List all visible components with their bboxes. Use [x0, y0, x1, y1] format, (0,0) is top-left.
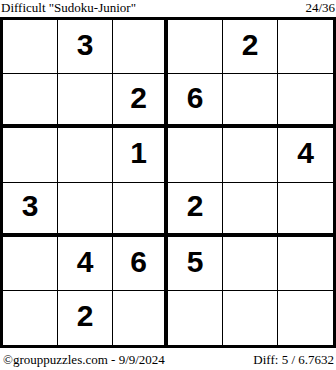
cell-r4c2[interactable]: [58, 183, 113, 237]
cell-r1c1[interactable]: [3, 20, 58, 74]
footer: ©grouppuzzles.com - 9/9/2024 Diff: 5 / 6…: [3, 351, 334, 367]
difficulty-text: Diff: 5 / 6.7632: [253, 352, 334, 367]
cell-r6c6[interactable]: [278, 291, 333, 345]
cell-r6c2[interactable]: 2: [58, 291, 113, 345]
cell-r6c4[interactable]: [168, 291, 223, 345]
cell-r2c1[interactable]: [3, 74, 58, 128]
cell-r1c2[interactable]: 3: [58, 20, 113, 74]
cell-r4c6[interactable]: [278, 183, 333, 237]
cell-r1c4[interactable]: [168, 20, 223, 74]
cell-r3c3[interactable]: 1: [113, 128, 168, 182]
cell-r5c3[interactable]: 6: [113, 237, 168, 291]
cell-r2c2[interactable]: [58, 74, 113, 128]
cell-r6c3[interactable]: [113, 291, 168, 345]
puzzle-counter: 24/36: [305, 0, 335, 15]
cell-r5c5[interactable]: [223, 237, 278, 291]
cell-r2c6[interactable]: [278, 74, 333, 128]
cell-r3c6[interactable]: 4: [278, 128, 333, 182]
cell-r3c5[interactable]: [223, 128, 278, 182]
copyright-text: ©grouppuzzles.com - 9/9/2024: [3, 352, 165, 367]
puzzle-title: Difficult "Sudoku-Junior": [1, 0, 136, 15]
cell-r2c4[interactable]: 6: [168, 74, 223, 128]
cell-r4c1[interactable]: 3: [3, 183, 58, 237]
cell-r3c4[interactable]: [168, 128, 223, 182]
cell-r5c6[interactable]: [278, 237, 333, 291]
cell-r2c5[interactable]: [223, 74, 278, 128]
cell-r5c2[interactable]: 4: [58, 237, 113, 291]
cell-r4c5[interactable]: [223, 183, 278, 237]
cell-r1c5[interactable]: 2: [223, 20, 278, 74]
cell-r4c4[interactable]: 2: [168, 183, 223, 237]
header: Difficult "Sudoku-Junior" 24/36: [1, 0, 335, 16]
cell-r3c1[interactable]: [3, 128, 58, 182]
cell-r3c2[interactable]: [58, 128, 113, 182]
cell-r5c1[interactable]: [3, 237, 58, 291]
sudoku-board: 322614324652: [0, 17, 336, 348]
cell-r1c6[interactable]: [278, 20, 333, 74]
cell-r1c3[interactable]: [113, 20, 168, 74]
cell-r4c3[interactable]: [113, 183, 168, 237]
cell-r6c1[interactable]: [3, 291, 58, 345]
sudoku-page: Difficult "Sudoku-Junior" 24/36 32261432…: [0, 0, 336, 370]
cell-r6c5[interactable]: [223, 291, 278, 345]
cell-r2c3[interactable]: 2: [113, 74, 168, 128]
cell-r5c4[interactable]: 5: [168, 237, 223, 291]
